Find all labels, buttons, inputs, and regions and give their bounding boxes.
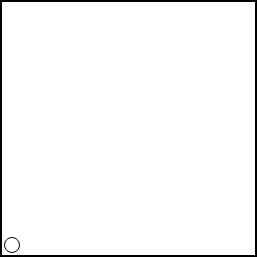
file-labels (21, 234, 255, 255)
chess-diagram (0, 0, 257, 257)
to-move-corner (2, 234, 21, 255)
rank-labels (2, 2, 21, 234)
white-to-move-indicator (4, 237, 20, 253)
chess-board[interactable] (21, 2, 255, 234)
